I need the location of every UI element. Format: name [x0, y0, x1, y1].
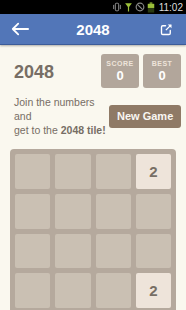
phone-screen: 11:02 2048 2048 SCORE 0 BEST 0 [0, 0, 186, 310]
new-game-button[interactable]: New Game [109, 105, 181, 128]
empty-cell-r1c3 [96, 154, 131, 189]
best-box: BEST 0 [143, 54, 181, 88]
empty-cell-r2c4 [136, 194, 171, 229]
empty-cell-r4c2 [55, 273, 90, 308]
intro-text: Join the numbers and get to the 2048 til… [14, 95, 109, 137]
app-bar: 2048 [0, 14, 186, 45]
status-bar: 11:02 [0, 0, 186, 14]
empty-cell-r3c1 [15, 234, 50, 269]
empty-cell-r3c3 [96, 234, 131, 269]
score-box: SCORE 0 [101, 54, 139, 88]
vibrate-icon [112, 2, 122, 12]
empty-cell-r1c1 [15, 154, 50, 189]
empty-cell-r2c1 [15, 194, 50, 229]
best-value: 0 [158, 68, 165, 83]
back-arrow-icon [11, 22, 29, 36]
score-label: SCORE [106, 59, 133, 68]
empty-cell-r1c2 [55, 154, 90, 189]
game-title: 2048 [14, 62, 54, 83]
tile-2-r1c4: 2 [136, 154, 171, 189]
empty-cell-r2c2 [55, 194, 90, 229]
battery-icon [147, 2, 155, 13]
score-value: 0 [116, 68, 123, 83]
no-network-icon [135, 2, 145, 12]
board[interactable]: 22 [10, 149, 176, 310]
empty-cell-r4c1 [15, 273, 50, 308]
intro-row: Join the numbers and get to the 2048 til… [5, 95, 181, 137]
antenna-icon [124, 2, 133, 12]
back-button[interactable] [8, 17, 32, 41]
share-icon [159, 22, 174, 37]
tile-2-r4c4: 2 [136, 273, 171, 308]
empty-cell-r3c2 [55, 234, 90, 269]
game-content: 2048 SCORE 0 BEST 0 Join the numbers and… [0, 45, 186, 310]
status-time: 11:02 [159, 2, 183, 13]
empty-cell-r4c3 [96, 273, 131, 308]
share-button[interactable] [154, 17, 178, 41]
score-boxes: SCORE 0 BEST 0 [101, 54, 181, 88]
best-label: BEST [152, 59, 173, 68]
empty-cell-r3c4 [136, 234, 171, 269]
empty-cell-r2c3 [96, 194, 131, 229]
score-header: 2048 SCORE 0 BEST 0 [5, 54, 181, 88]
